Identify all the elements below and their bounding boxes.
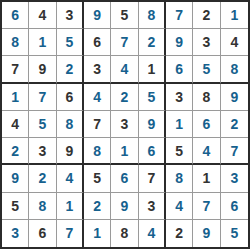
cell-r3c5[interactable]: 4 — [111, 56, 138, 83]
cell-r3c1[interactable]: 7 — [2, 56, 29, 83]
cell-r8c2[interactable]: 8 — [29, 193, 56, 220]
cell-r9c9[interactable]: 5 — [221, 220, 248, 247]
cell-r4c5[interactable]: 2 — [111, 84, 138, 111]
cell-r6c4[interactable]: 8 — [84, 138, 111, 165]
cell-r2c7[interactable]: 9 — [166, 29, 193, 56]
cell-r8c6[interactable]: 3 — [139, 193, 166, 220]
cell-r1c8[interactable]: 2 — [193, 2, 220, 29]
cell-r5c6[interactable]: 9 — [139, 111, 166, 138]
cell-r4c4[interactable]: 4 — [84, 84, 111, 111]
cell-r2c3[interactable]: 5 — [57, 29, 84, 56]
cell-r2c1[interactable]: 8 — [2, 29, 29, 56]
cell-r4c8[interactable]: 8 — [193, 84, 220, 111]
cell-r1c3[interactable]: 3 — [57, 2, 84, 29]
cell-r3c7[interactable]: 6 — [166, 56, 193, 83]
cell-r9c3[interactable]: 7 — [57, 220, 84, 247]
cell-r8c5[interactable]: 9 — [111, 193, 138, 220]
cell-r6c1[interactable]: 2 — [2, 138, 29, 165]
cell-r5c5[interactable]: 3 — [111, 111, 138, 138]
sudoku-board: 6439587218156729347923416581764253894587… — [0, 0, 250, 249]
cell-r1c9[interactable]: 1 — [221, 2, 248, 29]
cell-r8c1[interactable]: 5 — [2, 193, 29, 220]
cell-r3c8[interactable]: 5 — [193, 56, 220, 83]
cell-r9c1[interactable]: 3 — [2, 220, 29, 247]
cell-r1c1[interactable]: 6 — [2, 2, 29, 29]
cell-r5c8[interactable]: 6 — [193, 111, 220, 138]
cell-r5c7[interactable]: 1 — [166, 111, 193, 138]
cell-r3c6[interactable]: 1 — [139, 56, 166, 83]
cell-r2c9[interactable]: 4 — [221, 29, 248, 56]
cell-r5c9[interactable]: 2 — [221, 111, 248, 138]
cell-r2c8[interactable]: 3 — [193, 29, 220, 56]
cell-r3c9[interactable]: 8 — [221, 56, 248, 83]
cell-r3c2[interactable]: 9 — [29, 56, 56, 83]
cell-r7c5[interactable]: 6 — [111, 165, 138, 192]
cell-r8c7[interactable]: 4 — [166, 193, 193, 220]
cell-r2c2[interactable]: 1 — [29, 29, 56, 56]
cell-r1c2[interactable]: 4 — [29, 2, 56, 29]
cell-r6c3[interactable]: 9 — [57, 138, 84, 165]
cell-r7c8[interactable]: 1 — [193, 165, 220, 192]
cell-r4c3[interactable]: 6 — [57, 84, 84, 111]
cell-r8c4[interactable]: 2 — [84, 193, 111, 220]
cell-r9c4[interactable]: 1 — [84, 220, 111, 247]
cell-r5c3[interactable]: 8 — [57, 111, 84, 138]
cell-r9c8[interactable]: 9 — [193, 220, 220, 247]
cell-r1c4[interactable]: 9 — [84, 2, 111, 29]
cell-r3c3[interactable]: 2 — [57, 56, 84, 83]
cell-r1c5[interactable]: 5 — [111, 2, 138, 29]
cell-r3c4[interactable]: 3 — [84, 56, 111, 83]
cell-r4c7[interactable]: 3 — [166, 84, 193, 111]
cell-r9c7[interactable]: 2 — [166, 220, 193, 247]
cell-r5c1[interactable]: 4 — [2, 111, 29, 138]
cell-r2c6[interactable]: 2 — [139, 29, 166, 56]
cell-r1c6[interactable]: 8 — [139, 2, 166, 29]
cell-r6c5[interactable]: 1 — [111, 138, 138, 165]
cell-r8c3[interactable]: 1 — [57, 193, 84, 220]
cell-r6c6[interactable]: 6 — [139, 138, 166, 165]
cell-r9c5[interactable]: 8 — [111, 220, 138, 247]
cell-r7c2[interactable]: 2 — [29, 165, 56, 192]
cell-r6c8[interactable]: 4 — [193, 138, 220, 165]
cell-r4c6[interactable]: 5 — [139, 84, 166, 111]
cell-r4c2[interactable]: 7 — [29, 84, 56, 111]
cell-r4c1[interactable]: 1 — [2, 84, 29, 111]
cell-r7c7[interactable]: 8 — [166, 165, 193, 192]
cell-r4c9[interactable]: 9 — [221, 84, 248, 111]
cell-r7c1[interactable]: 9 — [2, 165, 29, 192]
cell-r7c3[interactable]: 4 — [57, 165, 84, 192]
cell-r7c6[interactable]: 7 — [139, 165, 166, 192]
cell-r5c2[interactable]: 5 — [29, 111, 56, 138]
cell-r1c7[interactable]: 7 — [166, 2, 193, 29]
cell-r6c7[interactable]: 5 — [166, 138, 193, 165]
cell-r2c4[interactable]: 6 — [84, 29, 111, 56]
cell-r9c6[interactable]: 4 — [139, 220, 166, 247]
cell-r6c2[interactable]: 3 — [29, 138, 56, 165]
cell-r9c2[interactable]: 6 — [29, 220, 56, 247]
cell-r7c4[interactable]: 5 — [84, 165, 111, 192]
cell-r8c8[interactable]: 7 — [193, 193, 220, 220]
cell-r6c9[interactable]: 7 — [221, 138, 248, 165]
cell-r2c5[interactable]: 7 — [111, 29, 138, 56]
cell-r8c9[interactable]: 6 — [221, 193, 248, 220]
cell-r7c9[interactable]: 3 — [221, 165, 248, 192]
cell-r5c4[interactable]: 7 — [84, 111, 111, 138]
